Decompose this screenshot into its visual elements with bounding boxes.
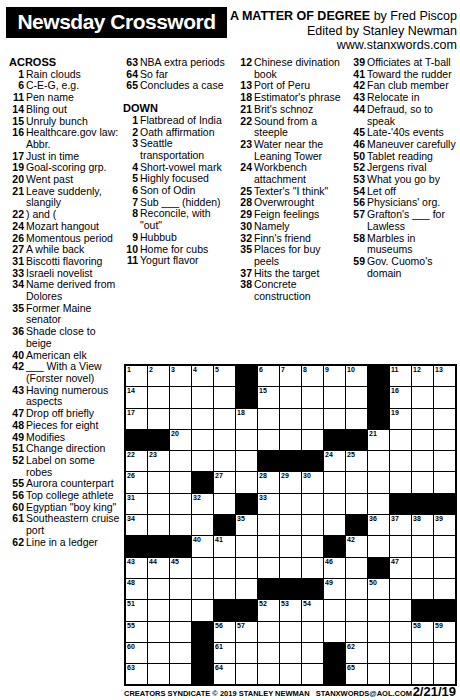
grid-cell-r9c12[interactable] xyxy=(368,536,389,556)
grid-cell-r2c11[interactable] xyxy=(346,387,367,407)
grid-cell-r3c1[interactable]: 17 xyxy=(126,409,147,429)
clue-number: 46 xyxy=(350,139,365,151)
grid-cell-r4c5[interactable] xyxy=(214,430,235,450)
grid-cell-r3c2[interactable] xyxy=(148,409,169,429)
clue-number: 23 xyxy=(237,139,252,151)
clue-down-29: 29Feign feelings xyxy=(236,209,346,221)
grid-cell-r12c2[interactable] xyxy=(148,600,169,620)
grid-cell-r5c11[interactable]: 25 xyxy=(346,451,367,471)
grid-cell-r4c13[interactable] xyxy=(390,430,411,450)
grid-cell-r3c8[interactable] xyxy=(280,409,301,429)
grid-cell-r11c15[interactable] xyxy=(434,579,455,599)
grid-cell-r7c8[interactable] xyxy=(280,494,301,514)
clue-across-65: 65Concludes a case xyxy=(122,80,234,92)
grid-cell-r5c3[interactable] xyxy=(170,451,191,471)
grid-cell-r8c14[interactable]: 38 xyxy=(412,515,433,535)
cell-number-57: 57 xyxy=(237,622,245,630)
grid-cell-r2c10[interactable] xyxy=(324,387,345,407)
grid-cell-r8c10[interactable] xyxy=(324,515,345,535)
grid-cell-r3c11[interactable] xyxy=(346,409,367,429)
grid-cell-r13c1[interactable]: 55 xyxy=(126,622,147,642)
grid-cell-r9c14[interactable] xyxy=(412,536,433,556)
grid-cell-r1c7[interactable]: 6 xyxy=(258,366,279,386)
grid-cell-r8c12[interactable]: 36 xyxy=(368,515,389,535)
cell-number-41: 41 xyxy=(215,536,223,544)
grid-cell-r13c11[interactable] xyxy=(346,622,367,642)
grid-cell-r8c1[interactable]: 34 xyxy=(126,515,147,535)
grid-cell-r3c14[interactable] xyxy=(412,409,433,429)
clue-number: 12 xyxy=(237,57,252,69)
grid-cell-r3c7[interactable] xyxy=(258,409,279,429)
clue-across-56: 56Top college athlete xyxy=(8,490,120,502)
grid-cell-r12c8[interactable]: 53 xyxy=(280,600,301,620)
grid-cell-r8c6[interactable]: 35 xyxy=(236,515,257,535)
grid-cell-r6c10[interactable] xyxy=(324,472,345,492)
grid-cell-r2c5[interactable] xyxy=(214,387,235,407)
clue-across-31: 31Biscotti flavoring xyxy=(8,256,120,268)
grid-cell-r15c7[interactable] xyxy=(258,664,279,684)
grid-cell-r11c5[interactable] xyxy=(214,579,235,599)
cell-number-49: 49 xyxy=(325,579,333,587)
grid-cell-r10c6[interactable] xyxy=(236,558,257,578)
grid-cell-r8c13[interactable]: 37 xyxy=(390,515,411,535)
cell-number-7: 7 xyxy=(281,366,285,374)
grid-cell-r1c1[interactable]: 1 xyxy=(126,366,147,386)
grid-cell-r8c2[interactable] xyxy=(148,515,169,535)
cell-number-56: 56 xyxy=(215,622,223,630)
grid-cell-r4c3[interactable]: 20 xyxy=(170,430,191,450)
clue-number: 20 xyxy=(9,174,24,186)
cell-number-9: 9 xyxy=(325,366,329,374)
grid-cell-r5c1[interactable]: 22 xyxy=(126,451,147,471)
grid-cell-r6c11[interactable] xyxy=(346,472,367,492)
grid-cell-r10c1[interactable]: 43 xyxy=(126,558,147,578)
grid-cell-r9c9[interactable] xyxy=(302,536,323,556)
grid-cell-r4c15[interactable] xyxy=(434,430,455,450)
puzzle-editor: Edited by Stanley Newman xyxy=(230,24,457,39)
cell-number-34: 34 xyxy=(127,515,135,523)
cell-number-20: 20 xyxy=(171,430,179,438)
grid-cell-r6c2[interactable] xyxy=(148,472,169,492)
clue-number: 21 xyxy=(237,104,252,116)
block-cell-r14c4 xyxy=(192,643,213,663)
grid-cell-r11c3[interactable] xyxy=(170,579,191,599)
grid-cell-r8c15[interactable]: 39 xyxy=(434,515,455,535)
grid-cell-r5c12[interactable] xyxy=(368,451,389,471)
block-cell-r2c12 xyxy=(368,387,389,407)
clue-down-44: 44Defraud, so to speak xyxy=(349,104,459,127)
grid-cell-r10c14[interactable] xyxy=(412,558,433,578)
grid-cell-r12c3[interactable] xyxy=(170,600,191,620)
block-cell-r10c12 xyxy=(368,558,389,578)
grid-cell-r11c6[interactable] xyxy=(236,579,257,599)
grid-cell-r10c2[interactable]: 44 xyxy=(148,558,169,578)
contact-email: STANXWORDS@AOL.COM xyxy=(316,689,412,698)
cell-number-28: 28 xyxy=(259,472,267,480)
clue-number: 21 xyxy=(9,186,24,198)
cell-number-29: 29 xyxy=(281,472,289,480)
grid-cell-r12c4[interactable] xyxy=(192,600,213,620)
block-cell-r7c14 xyxy=(412,494,433,514)
grid-cell-r15c2[interactable] xyxy=(148,664,169,684)
grid-cell-r7c3[interactable] xyxy=(170,494,191,514)
grid-cell-r12c7[interactable]: 52 xyxy=(258,600,279,620)
grid-cell-r1c5[interactable]: 5 xyxy=(214,366,235,386)
grid-cell-r3c10[interactable] xyxy=(324,409,345,429)
grid-cell-r7c10[interactable] xyxy=(324,494,345,514)
clue-across-20: 20Went past xyxy=(8,174,120,186)
grid-cell-r3c3[interactable] xyxy=(170,409,191,429)
cell-number-51: 51 xyxy=(127,600,135,608)
block-cell-r12c15 xyxy=(434,600,455,620)
block-cell-r12c6 xyxy=(236,600,257,620)
grid-cell-r14c3[interactable] xyxy=(170,643,191,663)
cell-number-6: 6 xyxy=(259,366,263,374)
grid-cell-r10c8[interactable] xyxy=(280,558,301,578)
grid-cell-r3c15[interactable] xyxy=(434,409,455,429)
clue-number: 63 xyxy=(123,57,138,69)
grid-cell-r6c7[interactable]: 28 xyxy=(258,472,279,492)
grid-cell-r13c6[interactable]: 57 xyxy=(236,622,257,642)
grid-cell-r5c6[interactable] xyxy=(236,451,257,471)
block-cell-r5c8 xyxy=(280,451,301,471)
grid-cell-r14c9[interactable] xyxy=(302,643,323,663)
cell-number-42: 42 xyxy=(347,536,355,544)
grid-cell-r13c9[interactable] xyxy=(302,622,323,642)
block-cell-r12c5 xyxy=(214,600,235,620)
clue-number: 3 xyxy=(123,138,138,150)
clue-across-52: 52Label on some robes xyxy=(8,455,120,478)
clue-number: 58 xyxy=(350,233,365,245)
grid-cell-r13c5[interactable]: 56 xyxy=(214,622,235,642)
grid-cell-r2c14[interactable] xyxy=(412,387,433,407)
grid-cell-r7c2[interactable] xyxy=(148,494,169,514)
grid-cell-r9c5[interactable]: 41 xyxy=(214,536,235,556)
crossword-grid: 1234567891011121314151617181920212223242… xyxy=(124,364,457,686)
grid-cell-r9c15[interactable] xyxy=(434,536,455,556)
grid-cell-r2c2[interactable] xyxy=(148,387,169,407)
grid-cell-r7c5[interactable] xyxy=(214,494,235,514)
cell-number-58: 58 xyxy=(413,622,421,630)
grid-cell-r7c1[interactable]: 31 xyxy=(126,494,147,514)
clue-across-36: 36Shade close to beige xyxy=(8,326,120,349)
block-cell-r9c3 xyxy=(170,536,191,556)
grid-cell-r9c11[interactable]: 42 xyxy=(346,536,367,556)
cell-number-19: 19 xyxy=(391,409,399,417)
clue-number: 38 xyxy=(237,279,252,291)
clue-down-8: 8Reconcile, with "out" xyxy=(122,208,234,231)
cell-number-23: 23 xyxy=(149,451,157,459)
block-cell-r15c4 xyxy=(192,664,213,684)
clue-number: 9 xyxy=(123,232,138,244)
grid-cell-r9c7[interactable] xyxy=(258,536,279,556)
clue-number: 6 xyxy=(123,185,138,197)
grid-cell-r10c4[interactable] xyxy=(192,558,213,578)
grid-cell-r3c6[interactable]: 18 xyxy=(236,409,257,429)
grid-cell-r2c7[interactable]: 15 xyxy=(258,387,279,407)
grid-cell-r12c1[interactable]: 51 xyxy=(126,600,147,620)
grid-cell-r2c8[interactable] xyxy=(280,387,301,407)
grid-cell-r15c14[interactable] xyxy=(412,664,433,684)
grid-cell-r6c6[interactable] xyxy=(236,472,257,492)
grid-cell-r7c7[interactable]: 33 xyxy=(258,494,279,514)
grid-cell-r1c11[interactable]: 10 xyxy=(346,366,367,386)
cell-number-16: 16 xyxy=(391,387,399,395)
grid-cell-r4c8[interactable] xyxy=(280,430,301,450)
grid-cell-r14c2[interactable] xyxy=(148,643,169,663)
grid-cell-r5c10[interactable]: 24 xyxy=(324,451,345,471)
grid-cell-r10c15[interactable] xyxy=(434,558,455,578)
grid-cell-r5c13[interactable] xyxy=(390,451,411,471)
clue-number: 35 xyxy=(237,244,252,256)
block-cell-r11c9 xyxy=(302,579,323,599)
grid-cell-r2c13[interactable]: 16 xyxy=(390,387,411,407)
grid-cell-r13c7[interactable] xyxy=(258,622,279,642)
grid-cell-r9c6[interactable] xyxy=(236,536,257,556)
block-cell-r4c1 xyxy=(126,430,147,450)
grid-cell-r13c3[interactable] xyxy=(170,622,191,642)
grid-cell-r10c5[interactable] xyxy=(214,558,235,578)
grid-cell-r2c9[interactable] xyxy=(302,387,323,407)
clue-number: 65 xyxy=(123,80,138,92)
grid-cell-r6c1[interactable]: 26 xyxy=(126,472,147,492)
grid-cell-r10c9[interactable] xyxy=(302,558,323,578)
clue-across-61: 61Southeastern cruise port xyxy=(8,513,120,536)
cell-number-59: 59 xyxy=(435,622,443,630)
grid-cell-r14c8[interactable] xyxy=(280,643,301,663)
footer-credit: CREATORS SYNDICATE © 2019 STANLEY NEWMAN… xyxy=(124,689,418,698)
grid-cell-r14c11[interactable]: 62 xyxy=(346,643,367,663)
grid-cell-r13c8[interactable] xyxy=(280,622,301,642)
grid-cell-r1c15[interactable]: 13 xyxy=(434,366,455,386)
clue-number: 24 xyxy=(237,162,252,174)
cell-number-60: 60 xyxy=(127,643,135,651)
clue-number: 52 xyxy=(9,455,24,467)
grid-cell-r1c3[interactable]: 3 xyxy=(170,366,191,386)
grid-cell-r7c9[interactable] xyxy=(302,494,323,514)
grid-cell-r1c2[interactable]: 2 xyxy=(148,366,169,386)
grid-cell-r1c8[interactable]: 7 xyxy=(280,366,301,386)
grid-cell-r11c4[interactable] xyxy=(192,579,213,599)
grid-cell-r10c11[interactable] xyxy=(346,558,367,578)
grid-cell-r15c11[interactable]: 65 xyxy=(346,664,367,684)
clue-across-21: 21Leave suddenly, slangily xyxy=(8,186,120,209)
cell-number-27: 27 xyxy=(215,472,223,480)
cell-number-2: 2 xyxy=(149,366,153,374)
clue-column-3: 12Chinese divination book13Port of Peru1… xyxy=(236,57,346,303)
clue-down-46: 46Maneuver carefully xyxy=(349,139,459,151)
grid-cell-r4c7[interactable] xyxy=(258,430,279,450)
grid-cell-r6c12[interactable] xyxy=(368,472,389,492)
grid-cell-r14c15[interactable] xyxy=(434,643,455,663)
clue-number: 31 xyxy=(9,256,24,268)
grid-cell-r6c8[interactable]: 29 xyxy=(280,472,301,492)
puzzle-byline: by Fred Piscop xyxy=(370,9,457,23)
grid-cell-r11c12[interactable]: 50 xyxy=(368,579,389,599)
grid-cell-r3c5[interactable] xyxy=(214,409,235,429)
grid-cell-r15c1[interactable]: 63 xyxy=(126,664,147,684)
grid-cell-r15c5[interactable]: 64 xyxy=(214,664,235,684)
grid-cell-r2c15[interactable] xyxy=(434,387,455,407)
grid-cell-r13c10[interactable] xyxy=(324,622,345,642)
grid-cell-r15c12[interactable] xyxy=(368,664,389,684)
grid-cell-r4c12[interactable]: 21 xyxy=(368,430,389,450)
grid-cell-r10c7[interactable] xyxy=(258,558,279,578)
grid-cell-r9c8[interactable] xyxy=(280,536,301,556)
block-cell-r2c6 xyxy=(236,387,257,407)
grid-cell-r5c15[interactable] xyxy=(434,451,455,471)
cell-number-1: 1 xyxy=(127,366,131,374)
grid-cell-r14c5[interactable]: 61 xyxy=(214,643,235,663)
block-cell-r7c15 xyxy=(434,494,455,514)
clue-across-35: 35Former Maine senator xyxy=(8,303,120,326)
grid-cell-r13c2[interactable] xyxy=(148,622,169,642)
grid-cell-r7c12[interactable] xyxy=(368,494,389,514)
grid-cell-r15c13[interactable] xyxy=(390,664,411,684)
grid-cell-r5c14[interactable] xyxy=(412,451,433,471)
grid-cell-r3c9[interactable] xyxy=(302,409,323,429)
cell-number-45: 45 xyxy=(171,558,179,566)
clue-column-1: ACROSS1Rain clouds6C-E-G, e.g.11Pen name… xyxy=(8,57,120,549)
grid-cell-r14c12[interactable] xyxy=(368,643,389,663)
grid-cell-r10c3[interactable]: 45 xyxy=(170,558,191,578)
grid-cell-r1c4[interactable]: 4 xyxy=(192,366,213,386)
grid-cell-r10c10[interactable]: 46 xyxy=(324,558,345,578)
clue-number: 62 xyxy=(9,537,24,549)
clue-down-59: 59Gov. Cuomo's domain xyxy=(349,256,459,279)
cell-number-63: 63 xyxy=(127,664,135,672)
grid-cell-r15c3[interactable] xyxy=(170,664,191,684)
grid-cell-r4c4[interactable] xyxy=(192,430,213,450)
puzzle-header: A MATTER OF DEGREE by Fred Piscop Edited… xyxy=(230,9,457,53)
grid-cell-r12c13[interactable] xyxy=(390,600,411,620)
grid-cell-r7c11[interactable] xyxy=(346,494,367,514)
cell-number-8: 8 xyxy=(303,366,307,374)
grid-cell-r14c1[interactable]: 60 xyxy=(126,643,147,663)
grid-cell-r2c1[interactable]: 14 xyxy=(126,387,147,407)
clue-number: 39 xyxy=(350,57,365,69)
grid-cell-r13c12[interactable] xyxy=(368,622,389,642)
clue-across-42: 42___ With a View (Forster novel) xyxy=(8,361,120,384)
grid-cell-r5c2[interactable]: 23 xyxy=(148,451,169,471)
grid-cell-r6c14[interactable] xyxy=(412,472,433,492)
grid-cell-r15c9[interactable] xyxy=(302,664,323,684)
grid-cell-r13c15[interactable]: 59 xyxy=(434,622,455,642)
block-cell-r1c12 xyxy=(368,366,389,386)
grid-cell-r12c12[interactable] xyxy=(368,600,389,620)
grid-cell-r8c4[interactable] xyxy=(192,515,213,535)
block-cell-r4c10 xyxy=(324,430,345,450)
across-heading: ACROSS xyxy=(9,57,120,69)
block-cell-r14c10 xyxy=(324,643,345,663)
grid-cell-r11c13[interactable] xyxy=(390,579,411,599)
cell-number-15: 15 xyxy=(259,387,267,395)
grid-cell-r6c5[interactable]: 27 xyxy=(214,472,235,492)
grid-cell-r4c6[interactable] xyxy=(236,430,257,450)
clue-down-2: 2Oath affirmation xyxy=(122,127,234,139)
grid-cell-r15c8[interactable] xyxy=(280,664,301,684)
block-cell-r3c12 xyxy=(368,409,389,429)
grid-cell-r14c13[interactable] xyxy=(390,643,411,663)
block-cell-r9c1 xyxy=(126,536,147,556)
cell-number-52: 52 xyxy=(259,600,267,608)
grid-cell-r11c14[interactable] xyxy=(412,579,433,599)
grid-cell-r4c14[interactable] xyxy=(412,430,433,450)
clue-across-24: 24Mozart hangout xyxy=(8,221,120,233)
grid-cell-r8c7[interactable] xyxy=(258,515,279,535)
grid-cell-r12c11[interactable] xyxy=(346,600,367,620)
grid-cell-r4c9[interactable] xyxy=(302,430,323,450)
grid-cell-r15c6[interactable] xyxy=(236,664,257,684)
clue-down-57: 57Grafton's ___ for Lawless xyxy=(349,209,459,232)
grid-cell-r5c5[interactable] xyxy=(214,451,235,471)
cell-number-43: 43 xyxy=(127,558,135,566)
puzzle-date: 2/21/19 xyxy=(413,684,456,699)
grid-cell-r14c7[interactable] xyxy=(258,643,279,663)
grid-cell-r11c11[interactable] xyxy=(346,579,367,599)
clue-number: 35 xyxy=(9,303,24,315)
grid-cell-r1c9[interactable]: 8 xyxy=(302,366,323,386)
grid-cell-r7c4[interactable]: 32 xyxy=(192,494,213,514)
clue-down-1: 1Flatbread of India xyxy=(122,115,234,127)
grid-cell-r14c14[interactable] xyxy=(412,643,433,663)
grid-cell-r1c14[interactable]: 12 xyxy=(412,366,433,386)
grid-cell-r15c15[interactable] xyxy=(434,664,455,684)
cell-number-22: 22 xyxy=(127,451,135,459)
grid-cell-r3c13[interactable]: 19 xyxy=(390,409,411,429)
grid-cell-r6c9[interactable]: 30 xyxy=(302,472,323,492)
grid-cell-r12c10[interactable] xyxy=(324,600,345,620)
clue-down-24: 24Workbench attachment xyxy=(236,162,346,185)
grid-cell-r11c10[interactable]: 49 xyxy=(324,579,345,599)
grid-cell-r6c15[interactable] xyxy=(434,472,455,492)
grid-cell-r8c9[interactable] xyxy=(302,515,323,535)
clue-number: 1 xyxy=(123,115,138,127)
grid-cell-r2c3[interactable] xyxy=(170,387,191,407)
grid-cell-r8c8[interactable] xyxy=(280,515,301,535)
grid-cell-r9c13[interactable] xyxy=(390,536,411,556)
grid-cell-r13c14[interactable]: 58 xyxy=(412,622,433,642)
grid-cell-r12c9[interactable]: 54 xyxy=(302,600,323,620)
grid-cell-r8c3[interactable] xyxy=(170,515,191,535)
cell-number-44: 44 xyxy=(149,558,157,566)
grid-cell-r11c1[interactable]: 48 xyxy=(126,579,147,599)
clue-across-34: 34Name derived from Dolores xyxy=(8,279,120,302)
grid-cell-r6c3[interactable] xyxy=(170,472,191,492)
grid-cell-r10c13[interactable]: 47 xyxy=(390,558,411,578)
clue-down-30: 30Namely xyxy=(236,221,346,233)
block-cell-r7c13 xyxy=(390,494,411,514)
grid-cell-r3c4[interactable] xyxy=(192,409,213,429)
cell-number-46: 46 xyxy=(325,558,333,566)
cell-number-32: 32 xyxy=(193,494,201,502)
puzzle-title-line: A MATTER OF DEGREE by Fred Piscop xyxy=(230,9,457,24)
grid-cell-r1c13[interactable]: 11 xyxy=(390,366,411,386)
grid-cell-r11c2[interactable] xyxy=(148,579,169,599)
grid-cell-r14c6[interactable] xyxy=(236,643,257,663)
grid-cell-r5c4[interactable] xyxy=(192,451,213,471)
grid-cell-r1c10[interactable]: 9 xyxy=(324,366,345,386)
grid-cell-r2c4[interactable] xyxy=(192,387,213,407)
clue-across-48: 48Pieces for eight xyxy=(8,420,120,432)
cell-number-48: 48 xyxy=(127,579,135,587)
block-cell-r11c7 xyxy=(258,579,279,599)
grid-cell-r9c4[interactable]: 40 xyxy=(192,536,213,556)
cell-number-55: 55 xyxy=(127,622,135,630)
cell-number-24: 24 xyxy=(325,451,333,459)
grid-cell-r6c13[interactable] xyxy=(390,472,411,492)
grid-cell-r13c13[interactable] xyxy=(390,622,411,642)
